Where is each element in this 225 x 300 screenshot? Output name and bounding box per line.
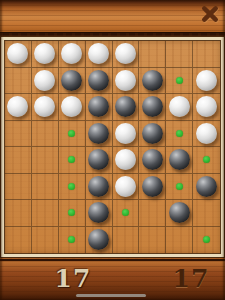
cell-g6[interactable] xyxy=(166,174,193,201)
cell-a5[interactable] xyxy=(5,147,32,174)
white-disc xyxy=(115,43,136,64)
cell-h5[interactable] xyxy=(193,147,220,174)
cell-h1[interactable] xyxy=(193,41,220,68)
cell-e2[interactable] xyxy=(113,68,140,95)
cell-a1[interactable] xyxy=(5,41,32,68)
cell-f7[interactable] xyxy=(139,200,166,227)
black-disc xyxy=(88,176,109,197)
cell-e7[interactable] xyxy=(113,200,140,227)
white-score: 17 xyxy=(28,264,118,294)
cell-h2[interactable] xyxy=(193,68,220,95)
cell-a4[interactable] xyxy=(5,121,32,148)
cell-a3[interactable] xyxy=(5,94,32,121)
cell-e1[interactable] xyxy=(113,41,140,68)
cell-c8[interactable] xyxy=(59,227,86,254)
cell-g3[interactable] xyxy=(166,94,193,121)
home-indicator[interactable] xyxy=(76,294,146,297)
cell-d1[interactable] xyxy=(86,41,113,68)
cell-e4[interactable] xyxy=(113,121,140,148)
cell-a8[interactable] xyxy=(5,227,32,254)
black-disc xyxy=(142,176,163,197)
cell-c2[interactable] xyxy=(59,68,86,95)
hint-dot[interactable] xyxy=(176,77,183,84)
cell-b7[interactable] xyxy=(32,200,59,227)
white-disc xyxy=(169,96,190,117)
hint-dot[interactable] xyxy=(68,209,75,216)
cell-b2[interactable] xyxy=(32,68,59,95)
black-disc xyxy=(169,149,190,170)
cell-f4[interactable] xyxy=(139,121,166,148)
black-score: 17 xyxy=(146,264,225,294)
hint-dot[interactable] xyxy=(68,156,75,163)
cell-e6[interactable] xyxy=(113,174,140,201)
cell-f8[interactable] xyxy=(139,227,166,254)
white-disc xyxy=(196,123,217,144)
black-disc xyxy=(88,202,109,223)
white-disc xyxy=(34,43,55,64)
cell-a7[interactable] xyxy=(5,200,32,227)
white-disc xyxy=(115,123,136,144)
board-grid xyxy=(4,40,221,254)
cell-d5[interactable] xyxy=(86,147,113,174)
black-disc xyxy=(196,176,217,197)
white-disc xyxy=(34,70,55,91)
cell-g8[interactable] xyxy=(166,227,193,254)
black-disc xyxy=(88,96,109,117)
white-disc xyxy=(61,43,82,64)
cell-a2[interactable] xyxy=(5,68,32,95)
hint-dot[interactable] xyxy=(176,130,183,137)
hint-dot[interactable] xyxy=(68,236,75,243)
cell-b3[interactable] xyxy=(32,94,59,121)
cell-h3[interactable] xyxy=(193,94,220,121)
board xyxy=(1,37,224,257)
black-disc xyxy=(142,149,163,170)
white-disc xyxy=(196,70,217,91)
white-disc xyxy=(7,96,28,117)
cell-d3[interactable] xyxy=(86,94,113,121)
white-disc xyxy=(115,176,136,197)
cell-h8[interactable] xyxy=(193,227,220,254)
black-disc xyxy=(88,70,109,91)
cell-g4[interactable] xyxy=(166,121,193,148)
hint-dot[interactable] xyxy=(176,183,183,190)
cell-c3[interactable] xyxy=(59,94,86,121)
black-disc xyxy=(142,123,163,144)
close-icon xyxy=(199,3,221,28)
board-panel xyxy=(0,33,225,259)
cell-h4[interactable] xyxy=(193,121,220,148)
cell-g1[interactable] xyxy=(166,41,193,68)
white-disc xyxy=(115,70,136,91)
cell-b4[interactable] xyxy=(32,121,59,148)
cell-c7[interactable] xyxy=(59,200,86,227)
black-disc xyxy=(88,149,109,170)
cell-b1[interactable] xyxy=(32,41,59,68)
cell-f1[interactable] xyxy=(139,41,166,68)
white-disc xyxy=(7,43,28,64)
cell-c1[interactable] xyxy=(59,41,86,68)
cell-h6[interactable] xyxy=(193,174,220,201)
hint-dot[interactable] xyxy=(203,156,210,163)
cell-f5[interactable] xyxy=(139,147,166,174)
cell-d8[interactable] xyxy=(86,227,113,254)
hint-dot[interactable] xyxy=(122,209,129,216)
cell-f6[interactable] xyxy=(139,174,166,201)
cell-g2[interactable] xyxy=(166,68,193,95)
black-disc xyxy=(115,96,136,117)
white-disc xyxy=(196,96,217,117)
black-disc xyxy=(88,123,109,144)
white-disc xyxy=(61,96,82,117)
cell-c5[interactable] xyxy=(59,147,86,174)
top-bar xyxy=(0,0,225,33)
cell-b5[interactable] xyxy=(32,147,59,174)
cell-e3[interactable] xyxy=(113,94,140,121)
cell-f2[interactable] xyxy=(139,68,166,95)
white-disc xyxy=(88,43,109,64)
cell-g7[interactable] xyxy=(166,200,193,227)
hint-dot[interactable] xyxy=(68,130,75,137)
cell-g5[interactable] xyxy=(166,147,193,174)
cell-d4[interactable] xyxy=(86,121,113,148)
black-disc xyxy=(61,70,82,91)
black-disc xyxy=(169,202,190,223)
cell-e8[interactable] xyxy=(113,227,140,254)
cell-d6[interactable] xyxy=(86,174,113,201)
white-disc xyxy=(115,149,136,170)
cell-h7[interactable] xyxy=(193,200,220,227)
black-disc xyxy=(142,70,163,91)
black-disc xyxy=(88,229,109,250)
cell-c6[interactable] xyxy=(59,174,86,201)
cell-b8[interactable] xyxy=(32,227,59,254)
cell-f3[interactable] xyxy=(139,94,166,121)
white-disc xyxy=(34,96,55,117)
hint-dot[interactable] xyxy=(68,183,75,190)
cell-a6[interactable] xyxy=(5,174,32,201)
black-disc xyxy=(142,96,163,117)
close-button[interactable] xyxy=(198,2,222,28)
cell-d7[interactable] xyxy=(86,200,113,227)
cell-b6[interactable] xyxy=(32,174,59,201)
cell-e5[interactable] xyxy=(113,147,140,174)
hint-dot[interactable] xyxy=(203,236,210,243)
cell-c4[interactable] xyxy=(59,121,86,148)
cell-d2[interactable] xyxy=(86,68,113,95)
